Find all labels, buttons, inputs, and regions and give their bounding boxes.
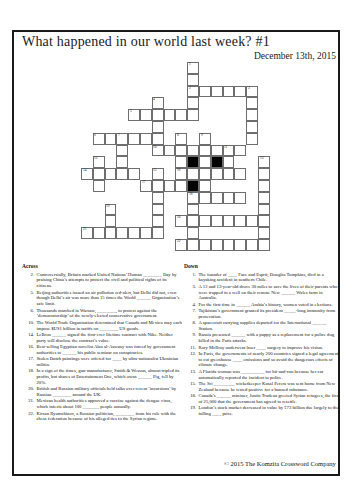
- crossword-cell[interactable]: [246, 133, 258, 145]
- crossword-cell[interactable]: [258, 215, 270, 227]
- clue-item: 17.Stolen Dutch paintings were offered f…: [22, 356, 182, 368]
- cell-number: 3: [248, 86, 250, 90]
- cell-number: 13: [260, 156, 264, 160]
- empty-space: [164, 121, 176, 133]
- empty-space: [199, 204, 211, 216]
- crossword-cell[interactable]: [152, 227, 164, 239]
- clue-number: 3.: [184, 283, 199, 300]
- empty-space: [164, 97, 176, 109]
- clue-number: 15.: [184, 381, 199, 393]
- crossword-cell[interactable]: 18: [187, 192, 199, 204]
- clue-item: 19.London’s stock market decreased in va…: [184, 405, 340, 417]
- empty-space: [81, 192, 93, 204]
- clue-item: 7.Tajikistan’s government granted its pr…: [184, 308, 340, 320]
- crossword-cell[interactable]: 8: [175, 133, 187, 145]
- clue-number: 10.: [22, 319, 37, 331]
- crossword-cell[interactable]: [116, 227, 128, 239]
- clue-number: 13.: [184, 369, 199, 381]
- empty-space: [258, 62, 270, 74]
- empty-space: [116, 97, 128, 109]
- crossword-cell[interactable]: [199, 86, 211, 98]
- clue-text: The World Trade Organisation determined …: [37, 319, 183, 331]
- crossword-cell[interactable]: [105, 215, 117, 227]
- clue-number: 14.: [22, 332, 37, 344]
- empty-space: [128, 239, 140, 251]
- empty-space: [211, 121, 223, 133]
- across-clue-list: 2.Controversially, Britain marked United…: [22, 271, 182, 422]
- empty-space: [223, 121, 235, 133]
- cell-number: 14: [83, 168, 87, 172]
- clue-item: 12.In Paris, the governments of nearly 2…: [184, 351, 340, 368]
- clue-text: The Sri _________ wicketkeeper Kusal Per…: [199, 381, 341, 393]
- empty-space: [105, 156, 117, 168]
- crossword-cell[interactable]: [211, 239, 223, 251]
- crossword-cell[interactable]: 10: [152, 145, 164, 157]
- clue-number: 4.: [184, 301, 199, 307]
- empty-space: [128, 97, 140, 109]
- clue-text: Canada’s ______ minister, Justin Trudeau…: [199, 393, 341, 405]
- crossword-cell[interactable]: [199, 180, 211, 192]
- empty-space: [81, 145, 93, 157]
- empty-space: [128, 192, 140, 204]
- crossword-cell[interactable]: [223, 192, 235, 204]
- empty-space: [234, 133, 246, 145]
- crossword-cell[interactable]: [258, 192, 270, 204]
- empty-space: [140, 156, 152, 168]
- empty-space: [128, 145, 140, 157]
- clue-text: For the first time in ______ Arabia’s hi…: [199, 301, 341, 307]
- clue-number: 16.: [22, 344, 37, 356]
- crossword-cell[interactable]: 7: [116, 133, 128, 145]
- clue-number: 22.: [22, 410, 37, 422]
- empty-space: [175, 192, 187, 204]
- empty-space: [258, 97, 270, 109]
- clue-item: 8.A spacecraft carrying supplies departe…: [184, 320, 340, 332]
- clue-text: Russia presented ______ with a puppy as …: [199, 332, 341, 344]
- empty-space: [164, 239, 176, 251]
- clue-number: 19.: [184, 405, 199, 417]
- crossword-cell[interactable]: [234, 86, 246, 98]
- empty-space: [105, 121, 117, 133]
- empty-space: [81, 133, 93, 145]
- empty-space: [116, 86, 128, 98]
- crossword-cell[interactable]: [211, 192, 223, 204]
- crossword-cell[interactable]: 20: [175, 215, 187, 227]
- empty-space: [223, 180, 235, 192]
- cell-number: 6: [94, 133, 96, 137]
- clue-number: 17.: [22, 356, 37, 368]
- clue-item: 22.Kirsan Ilyumzhinov, a Russian politic…: [22, 410, 182, 422]
- crossword-cell[interactable]: [140, 133, 152, 145]
- empty-space: [93, 121, 105, 133]
- crossword-cell[interactable]: [175, 145, 187, 157]
- cell-number: 12: [94, 156, 98, 160]
- clue-item: 6.Thousands marched in Warsaw, ________,…: [22, 307, 182, 319]
- crossword-cell[interactable]: [140, 109, 152, 121]
- empty-space: [258, 86, 270, 98]
- empty-space: [105, 62, 117, 74]
- crossword-cell[interactable]: [164, 109, 176, 121]
- clue-item: 13.A Florida woman was __________ for hi…: [184, 369, 340, 381]
- crossword-cell[interactable]: [199, 239, 211, 251]
- crossword-cell[interactable]: [223, 215, 235, 227]
- empty-space: [211, 180, 223, 192]
- across-clues-column: Across 2.Controversially, Britain marked…: [22, 263, 182, 500]
- crossword-cell[interactable]: [128, 168, 140, 180]
- crossword-cell[interactable]: [258, 180, 270, 192]
- empty-space: [258, 121, 270, 133]
- crossword-cell[interactable]: [175, 109, 187, 121]
- empty-space: [234, 109, 246, 121]
- crossword-cell[interactable]: [199, 156, 211, 168]
- empty-space: [81, 239, 93, 251]
- empty-space: [81, 156, 93, 168]
- cell-number: 7: [118, 133, 120, 137]
- clue-item: 10.The World Trade Organisation determin…: [22, 319, 182, 331]
- crossword-cell[interactable]: [128, 133, 140, 145]
- down-heading: Down: [184, 263, 340, 270]
- crossword-cell[interactable]: [211, 215, 223, 227]
- cell-number: 21: [83, 227, 87, 231]
- empty-space: [105, 86, 117, 98]
- empty-space: [246, 227, 258, 239]
- crossword-cell[interactable]: 19: [105, 204, 117, 216]
- empty-space: [140, 74, 152, 86]
- empty-space: [105, 180, 117, 192]
- crossword-cell[interactable]: 15: [152, 168, 164, 180]
- empty-space: [93, 62, 105, 74]
- empty-space: [116, 204, 128, 216]
- crossword-cell[interactable]: [223, 86, 235, 98]
- empty-space: [152, 239, 164, 251]
- empty-space: [258, 133, 270, 145]
- crossword-cell[interactable]: [223, 168, 235, 180]
- across-heading: Across: [22, 263, 182, 270]
- crossword-cell[interactable]: [234, 168, 246, 180]
- empty-space: [246, 74, 258, 86]
- crossword-cell[interactable]: 21: [81, 227, 93, 239]
- empty-space: [81, 109, 93, 121]
- cell-number: 17: [142, 180, 146, 184]
- clue-text: Stolen Dutch paintings were offered for …: [37, 356, 183, 368]
- cell-number: 8: [177, 133, 179, 137]
- crossword-cell[interactable]: [246, 215, 258, 227]
- crossword-cell[interactable]: [187, 145, 199, 157]
- crossword-cell[interactable]: [187, 215, 199, 227]
- crossword-cell[interactable]: [258, 239, 270, 251]
- empty-space: [234, 62, 246, 74]
- clue-item: 3.A 12 and 13-year-old drove 30 miles to…: [184, 283, 340, 300]
- crossword-cell[interactable]: 22: [175, 239, 187, 251]
- empty-space: [175, 62, 187, 74]
- crossword-cell[interactable]: [199, 215, 211, 227]
- empty-space: [199, 97, 211, 109]
- crossword-cell[interactable]: [199, 168, 211, 180]
- empty-space: [223, 227, 235, 239]
- empty-space: [140, 168, 152, 180]
- empty-space: [164, 62, 176, 74]
- cell-number: 9: [201, 133, 203, 137]
- empty-space: [140, 215, 152, 227]
- crossword-cell[interactable]: [152, 109, 164, 121]
- clue-number: 12.: [184, 351, 199, 368]
- clue-number: 8.: [184, 320, 199, 332]
- empty-space: [223, 204, 235, 216]
- clue-text: Rory McIlroy underwent laser ____ surger…: [199, 344, 341, 350]
- crossword-cell[interactable]: [234, 145, 246, 157]
- crossword-cell[interactable]: [105, 227, 117, 239]
- clue-item: 21.Mexican health authorities approved a…: [22, 398, 182, 410]
- clue-text: A 12 and 13-year-old drove 30 miles to s…: [199, 283, 341, 300]
- empty-space: [128, 156, 140, 168]
- empty-space: [81, 74, 93, 86]
- crossword-black-cell: [187, 180, 199, 192]
- clue-number: 2.: [22, 271, 37, 288]
- clue-text: A spacecraft carrying supplies departed …: [199, 320, 341, 332]
- clue-number: 1.: [184, 271, 199, 283]
- empty-space: [128, 215, 140, 227]
- crossword-cell[interactable]: [187, 109, 199, 121]
- crossword-cell[interactable]: 12: [93, 156, 105, 168]
- empty-space: [93, 97, 105, 109]
- cell-number: 4: [153, 97, 155, 101]
- crossword-cell[interactable]: [152, 204, 164, 216]
- empty-space: [93, 74, 105, 86]
- empty-space: [211, 97, 223, 109]
- clue-item: 9.Russia presented ______ with a puppy a…: [184, 332, 340, 344]
- clue-text: Controversially, Britain marked United N…: [37, 271, 183, 288]
- crossword-cell[interactable]: [105, 168, 117, 180]
- empty-space: [187, 133, 199, 145]
- crossword-cell[interactable]: [152, 133, 164, 145]
- crossword-cell[interactable]: [164, 180, 176, 192]
- empty-space: [258, 109, 270, 121]
- empty-space: [187, 121, 199, 133]
- crossword-cell[interactable]: 3: [246, 86, 258, 98]
- empty-space: [116, 180, 128, 192]
- cell-number: 20: [177, 215, 181, 219]
- crossword-cell[interactable]: [187, 239, 199, 251]
- clue-text: Beijing authorities issued an air pollut…: [37, 289, 183, 306]
- empty-space: [234, 227, 246, 239]
- page-date: December 13th, 2015: [254, 51, 336, 61]
- crossword-cell[interactable]: [246, 109, 258, 121]
- crossword-cell[interactable]: 11: [223, 145, 235, 157]
- crossword-cell[interactable]: 5: [128, 109, 140, 121]
- clue-text: Mexican health authorities approved a va…: [37, 398, 183, 410]
- empty-space: [105, 74, 117, 86]
- crossword-cell[interactable]: [116, 168, 128, 180]
- empty-space: [164, 227, 176, 239]
- empty-space: [164, 156, 176, 168]
- crossword-black-cell: [187, 156, 199, 168]
- empty-space: [223, 109, 235, 121]
- crossword-black-cell: [211, 156, 223, 168]
- empty-space: [81, 97, 93, 109]
- empty-space: [128, 86, 140, 98]
- crossword-cell[interactable]: [211, 145, 223, 157]
- crossword-cell[interactable]: [152, 215, 164, 227]
- crossword-cell[interactable]: [105, 133, 117, 145]
- empty-space: [81, 121, 93, 133]
- empty-space: [175, 97, 187, 109]
- clue-text: Kirsan Ilyumzhinov, a Russian politician…: [37, 410, 183, 422]
- empty-space: [223, 74, 235, 86]
- crossword-cell[interactable]: 17: [140, 180, 152, 192]
- crossword-cell[interactable]: [128, 227, 140, 239]
- crossword-cell[interactable]: [246, 239, 258, 251]
- down-clue-list: 1.The founder of ____ Face and Esprit, D…: [184, 271, 340, 416]
- empty-space: [246, 62, 258, 74]
- crossword-cell[interactable]: [223, 239, 235, 251]
- crossword-cell[interactable]: [223, 156, 235, 168]
- empty-space: [81, 86, 93, 98]
- clue-number: 9.: [184, 332, 199, 344]
- clue-item: 14.LeBron ______ signed the first-ever l…: [22, 332, 182, 344]
- clue-text: The founder of ____ Face and Esprit, Dou…: [199, 271, 341, 283]
- crossword-cell[interactable]: 13: [258, 156, 270, 168]
- empty-space: [152, 62, 164, 74]
- empty-space: [93, 109, 105, 121]
- clue-number: 7.: [184, 308, 199, 320]
- empty-space: [164, 168, 176, 180]
- empty-space: [246, 180, 258, 192]
- crossword-cell[interactable]: [116, 145, 128, 157]
- empty-space: [211, 62, 223, 74]
- crossword-cell[interactable]: [234, 215, 246, 227]
- clue-text: British and Russian military officials h…: [37, 386, 183, 398]
- empty-space: [128, 180, 140, 192]
- clue-text: A Florida woman was __________ for hit-a…: [199, 369, 341, 381]
- empty-space: [246, 168, 258, 180]
- crossword-cell[interactable]: [93, 168, 105, 180]
- empty-space: [199, 227, 211, 239]
- empty-space: [164, 215, 176, 227]
- empty-space: [81, 180, 93, 192]
- empty-space: [199, 74, 211, 86]
- crossword-cell[interactable]: [211, 168, 223, 180]
- empty-space: [246, 192, 258, 204]
- crossword-cell[interactable]: [199, 192, 211, 204]
- cell-number: 2: [189, 86, 191, 90]
- crossword-cell[interactable]: 14: [81, 168, 93, 180]
- empty-space: [199, 62, 211, 74]
- empty-space: [211, 74, 223, 86]
- crossword-cell[interactable]: 6: [93, 133, 105, 145]
- crossword-cell[interactable]: [152, 121, 164, 133]
- empty-space: [211, 227, 223, 239]
- clue-number: 5.: [22, 289, 37, 306]
- crossword-cell[interactable]: [234, 239, 246, 251]
- crossword-cell[interactable]: 2: [187, 86, 199, 98]
- empty-space: [152, 74, 164, 86]
- crossword-cell[interactable]: [211, 86, 223, 98]
- crossword-cell[interactable]: [199, 145, 211, 157]
- empty-space: [234, 204, 246, 216]
- clue-item: 5.Beijing authorities issued an air poll…: [22, 289, 182, 306]
- crossword-cell[interactable]: [258, 204, 270, 216]
- empty-space: [140, 204, 152, 216]
- empty-space: [152, 156, 164, 168]
- clue-number: 20.: [22, 386, 37, 398]
- crossword-cell[interactable]: [93, 180, 105, 192]
- clue-number: 18.: [184, 393, 199, 405]
- crossword-cell[interactable]: 16: [175, 168, 187, 180]
- empty-space: [116, 215, 128, 227]
- crossword-cell[interactable]: 1: [187, 62, 199, 74]
- crossword-cell[interactable]: [140, 227, 152, 239]
- cell-number: 5: [130, 109, 132, 113]
- crossword-cell[interactable]: [258, 168, 270, 180]
- crossword-cell[interactable]: [246, 97, 258, 109]
- crossword-cell[interactable]: [175, 180, 187, 192]
- empty-space: [81, 62, 93, 74]
- empty-space: [246, 145, 258, 157]
- crossword-cell[interactable]: 4: [152, 97, 164, 109]
- empty-space: [199, 109, 211, 121]
- clue-item: 4.For the first time in ______ Arabia’s …: [184, 301, 340, 307]
- empty-space: [140, 121, 152, 133]
- empty-space: [234, 74, 246, 86]
- empty-space: [140, 192, 152, 204]
- crossword-cell[interactable]: [187, 74, 199, 86]
- empty-space: [116, 121, 128, 133]
- clue-number: 21.: [22, 398, 37, 410]
- crossword-cell[interactable]: [246, 121, 258, 133]
- empty-space: [81, 215, 93, 227]
- empty-space: [140, 239, 152, 251]
- empty-space: [175, 74, 187, 86]
- empty-space: [116, 192, 128, 204]
- empty-space: [258, 74, 270, 86]
- clue-text: Tajikistan’s government granted its pres…: [199, 308, 341, 320]
- empty-space: [199, 121, 211, 133]
- empty-space: [116, 109, 128, 121]
- empty-space: [128, 204, 140, 216]
- empty-space: [164, 192, 176, 204]
- empty-space: [81, 204, 93, 216]
- empty-space: [211, 133, 223, 145]
- crossword-cell[interactable]: [152, 192, 164, 204]
- crossword-grid: 12345678910111213141516171819202122: [81, 62, 270, 251]
- crossword-cell[interactable]: [187, 97, 199, 109]
- crossword-cell[interactable]: [116, 156, 128, 168]
- cell-number: 18: [189, 192, 193, 196]
- crossword-cell[interactable]: [152, 180, 164, 192]
- crossword-cell[interactable]: [93, 227, 105, 239]
- empty-space: [140, 86, 152, 98]
- clue-text: LeBron ______ signed the first-ever life…: [37, 332, 183, 344]
- page-title: What happened in our world last week? #1: [22, 34, 270, 50]
- empty-space: [93, 86, 105, 98]
- empty-space: [93, 204, 105, 216]
- empty-space: [140, 145, 152, 157]
- crossword-cell[interactable]: [187, 168, 199, 180]
- crossword-cell[interactable]: [175, 156, 187, 168]
- crossword-cell[interactable]: [234, 192, 246, 204]
- crossword-cell[interactable]: [164, 145, 176, 157]
- crossword-cell[interactable]: [187, 204, 199, 216]
- empty-space: [234, 97, 246, 109]
- crossword-cell[interactable]: 9: [199, 133, 211, 145]
- empty-space: [211, 204, 223, 216]
- crossword-cell[interactable]: [187, 227, 199, 239]
- clue-item: 15.The Sri _________ wicketkeeper Kusal …: [184, 381, 340, 393]
- crossword-cell[interactable]: [258, 227, 270, 239]
- empty-space: [234, 180, 246, 192]
- empty-space: [164, 86, 176, 98]
- cell-number: 10: [153, 145, 157, 149]
